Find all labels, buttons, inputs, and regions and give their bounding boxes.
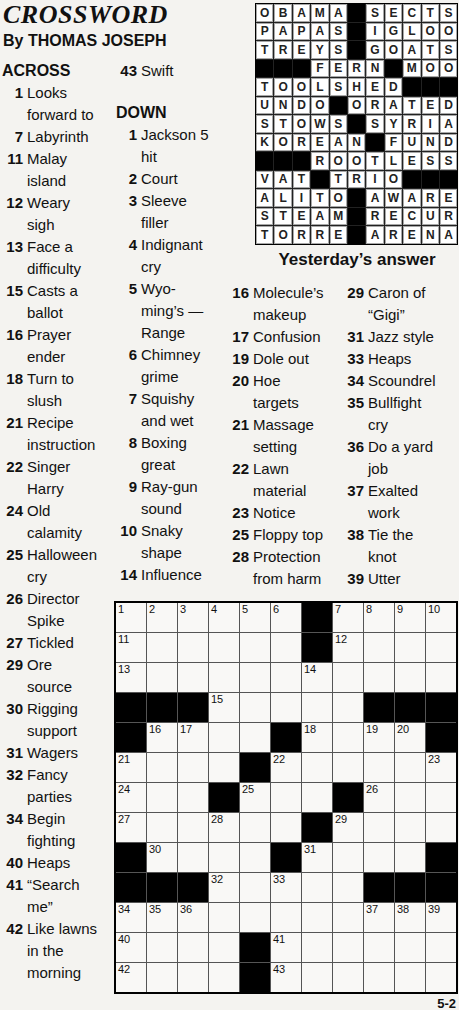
cell-number: 34: [118, 903, 130, 916]
grid-cell[interactable]: [364, 813, 394, 842]
grid-cell[interactable]: 43: [271, 963, 301, 992]
grid-cell[interactable]: 28: [209, 813, 239, 842]
grid-cell[interactable]: [240, 693, 270, 722]
clue-number: 14: [116, 564, 141, 586]
clue-item: 37Exalted work: [343, 480, 459, 524]
grid-cell[interactable]: [271, 663, 301, 692]
answer-letter-cell: R: [366, 208, 383, 226]
clue-number: 9: [116, 476, 141, 520]
grid-cell[interactable]: 19: [364, 723, 394, 752]
grid-black-cell: [116, 843, 146, 872]
answer-letter-cell: O: [274, 134, 291, 152]
grid-black-cell: [364, 693, 394, 722]
answer-letter-cell: O: [440, 60, 457, 78]
clue-text: Casts a ballot: [27, 280, 78, 324]
grid-cell[interactable]: [178, 963, 208, 992]
clue-item: 26Director Spike: [2, 588, 115, 632]
clue-text: Wyo- ming’s — Range: [141, 278, 203, 344]
grid-cell[interactable]: [333, 843, 363, 872]
clue-item: 31Jazz style: [343, 326, 459, 348]
grid-cell[interactable]: [426, 663, 456, 692]
answer-letter-cell: S: [440, 41, 457, 59]
cell-number: 11: [118, 633, 129, 646]
answer-black-cell: [348, 4, 365, 22]
grid-cell[interactable]: 31: [302, 843, 332, 872]
cell-number: 39: [428, 903, 440, 916]
grid-cell[interactable]: [209, 663, 239, 692]
grid-cell[interactable]: [178, 633, 208, 662]
answer-letter-cell: T: [256, 78, 273, 96]
clue-item: 18Turn to slush: [2, 368, 115, 412]
down-clue-column-2: 16Molecule’s makeup17Confusion19Dole out…: [228, 282, 342, 590]
grid-cell[interactable]: 20: [395, 723, 425, 752]
grid-cell[interactable]: 34: [116, 903, 146, 932]
grid-black-cell: [116, 693, 146, 722]
cell-number: 4: [211, 603, 217, 616]
answer-letter-cell: O: [330, 189, 347, 207]
clue-item: 24Old calamity: [2, 500, 115, 544]
cell-number: 20: [397, 723, 409, 736]
answer-letter-cell: C: [403, 4, 420, 22]
clue-number: 21: [228, 414, 253, 458]
clue-item: 22Singer Harry: [2, 456, 115, 500]
answer-black-cell: [348, 41, 365, 59]
clue-text: Massage setting: [253, 414, 314, 458]
grid-cell[interactable]: [302, 903, 332, 932]
clue-item: 12Weary sigh: [2, 192, 115, 236]
grid-cell[interactable]: [395, 783, 425, 812]
grid-cell[interactable]: [333, 903, 363, 932]
answer-letter-cell: E: [440, 189, 457, 207]
answer-letter-cell: O: [385, 171, 402, 189]
cell-number: 36: [180, 903, 192, 916]
grid-black-cell: [116, 723, 146, 752]
clue-number: 30: [2, 698, 27, 742]
grid-cell[interactable]: [364, 933, 394, 962]
clue-text: Recipe instruction: [27, 412, 95, 456]
grid-cell[interactable]: 8: [364, 603, 394, 632]
clue-number: 38: [343, 524, 368, 568]
grid-cell[interactable]: [426, 933, 456, 962]
answer-black-cell: [256, 60, 273, 78]
grid-cell[interactable]: [364, 663, 394, 692]
grid-black-cell: [302, 633, 332, 662]
clue-item: 10Snaky shape: [116, 520, 228, 564]
grid-cell[interactable]: [395, 843, 425, 872]
clue-number: 26: [2, 588, 27, 632]
clue-item: 28Protection from harm: [228, 546, 342, 590]
grid-cell[interactable]: 15: [209, 693, 239, 722]
grid-cell[interactable]: 6: [271, 603, 301, 632]
grid-cell[interactable]: 7: [333, 603, 363, 632]
grid-cell[interactable]: [147, 753, 177, 782]
clue-item: 25Halloween cry: [2, 544, 115, 588]
clue-text: Wagers: [27, 742, 78, 764]
clue-item: 5Wyo- ming’s — Range: [116, 278, 228, 344]
cell-number: 7: [335, 603, 341, 616]
grid-cell[interactable]: [209, 933, 239, 962]
grid-cell[interactable]: [147, 783, 177, 812]
grid-cell[interactable]: [302, 693, 332, 722]
grid-cell[interactable]: [395, 933, 425, 962]
clue-text: Snaky shape: [141, 520, 183, 564]
grid-cell[interactable]: [178, 663, 208, 692]
grid-cell[interactable]: [395, 753, 425, 782]
clue-number: 16: [228, 282, 253, 326]
clue-number: 27: [2, 632, 27, 654]
clue-item: 34Scoundrel: [343, 370, 459, 392]
clue-item: 20Hoe targets: [228, 370, 342, 414]
grid-cell[interactable]: 16: [147, 723, 177, 752]
grid-cell[interactable]: 25: [240, 783, 270, 812]
answer-letter-cell: G: [385, 23, 402, 41]
answer-letter-cell: S: [440, 4, 457, 22]
cell-number: 6: [273, 603, 279, 616]
grid-cell[interactable]: [147, 633, 177, 662]
clue-number: 34: [343, 370, 368, 392]
grid-cell[interactable]: [209, 633, 239, 662]
clue-item: 1Jackson 5 hit: [116, 124, 228, 168]
cell-number: 26: [366, 783, 378, 796]
answer-letter-cell: A: [403, 41, 420, 59]
grid-black-cell: [395, 693, 425, 722]
answer-letter-cell: S: [330, 23, 347, 41]
clue-text: Hoe targets: [253, 370, 299, 414]
cell-number: 19: [366, 723, 378, 736]
grid-cell[interactable]: [364, 633, 394, 662]
grid-cell[interactable]: [240, 903, 270, 932]
cell-number: 2: [149, 603, 155, 616]
grid-cell[interactable]: [240, 633, 270, 662]
grid-cell[interactable]: 17: [178, 723, 208, 752]
grid-cell[interactable]: [271, 693, 301, 722]
clue-text: Dole out: [253, 348, 309, 370]
answer-letter-cell: R: [293, 134, 310, 152]
clue-item: 4Indignant cry: [116, 234, 228, 278]
cell-number: 37: [366, 903, 378, 916]
clue-text: Influence: [141, 564, 202, 586]
grid-cell[interactable]: [147, 963, 177, 992]
cell-number: 17: [180, 723, 192, 736]
answer-letter-cell: T: [293, 171, 310, 189]
grid-cell[interactable]: 9: [395, 603, 425, 632]
clue-text: Labyrinth: [27, 126, 89, 148]
grid-cell[interactable]: [271, 903, 301, 932]
cell-number: 42: [118, 963, 130, 976]
clue-text: Confusion: [253, 326, 321, 348]
clue-number: 37: [343, 480, 368, 524]
grid-cell[interactable]: [333, 723, 363, 752]
grid-black-cell: [333, 783, 363, 812]
answer-letter-cell: E: [403, 152, 420, 170]
clue-item: 25Floppy top: [228, 524, 342, 546]
grid-cell[interactable]: 10: [426, 603, 456, 632]
answer-letter-cell: T: [422, 4, 439, 22]
grid-cell[interactable]: 1: [116, 603, 146, 632]
grid-cell[interactable]: 38: [395, 903, 425, 932]
answer-letter-cell: A: [311, 208, 328, 226]
clue-number: 31: [343, 326, 368, 348]
grid-cell[interactable]: [240, 813, 270, 842]
grid-cell[interactable]: [333, 873, 363, 902]
grid-cell[interactable]: [302, 933, 332, 962]
across-clue-list: 1Looks forward to7Labyrinth11Malay islan…: [2, 82, 115, 984]
answer-letter-cell: L: [403, 23, 420, 41]
grid-cell[interactable]: [302, 963, 332, 992]
yesterday-answer-grid: OBAMASECTSPAPASIGLOOTREYSGOATSFERNMOOTOO…: [255, 3, 458, 245]
grid-cell[interactable]: [209, 903, 239, 932]
clue-number: 39: [343, 568, 368, 590]
grid-cell[interactable]: 3: [178, 603, 208, 632]
grid-cell[interactable]: [147, 663, 177, 692]
grid-cell[interactable]: [302, 873, 332, 902]
grid-cell[interactable]: 23: [426, 753, 456, 782]
answer-letter-cell: E: [330, 226, 347, 244]
clue-text: Utter: [368, 568, 401, 590]
clue-item: 14Influence: [116, 564, 228, 586]
page-title: CROSSWORD: [3, 1, 168, 29]
clue-text: Sleeve filler: [141, 190, 187, 234]
clue-item: 35Bullfight cry: [343, 392, 459, 436]
grid-cell[interactable]: [178, 843, 208, 872]
grid-cell[interactable]: 40: [116, 933, 146, 962]
grid-black-cell: [147, 873, 177, 902]
grid-cell[interactable]: 4: [209, 603, 239, 632]
grid-cell[interactable]: [333, 753, 363, 782]
grid-cell[interactable]: 13: [116, 663, 146, 692]
clue-number: 10: [116, 520, 141, 564]
answer-letter-cell: L: [385, 152, 402, 170]
grid-cell[interactable]: 37: [364, 903, 394, 932]
answer-letter-cell: F: [311, 60, 328, 78]
grid-cell[interactable]: [395, 813, 425, 842]
clue-item: 43Swift: [116, 60, 228, 82]
answer-letter-cell: A: [440, 115, 457, 133]
clue-text: Director Spike: [27, 588, 80, 632]
answer-letter-cell: O: [330, 152, 347, 170]
answer-letter-cell: E: [403, 226, 420, 244]
grid-cell[interactable]: [364, 843, 394, 872]
clue-text: “Search me”: [27, 874, 80, 918]
clue-text: Halloween cry: [27, 544, 97, 588]
grid-cell[interactable]: [209, 753, 239, 782]
clue-number: 16: [2, 324, 27, 368]
answer-letter-cell: R: [440, 208, 457, 226]
grid-black-cell: [302, 813, 332, 842]
grid-cell[interactable]: [364, 963, 394, 992]
grid-cell[interactable]: 18: [302, 723, 332, 752]
clue-text: Fancy parties: [27, 764, 72, 808]
answer-letter-cell: E: [330, 60, 347, 78]
clue-item: 19Dole out: [228, 348, 342, 370]
grid-black-cell: [116, 873, 146, 902]
clue-text: Exalted work: [368, 480, 418, 524]
grid-cell[interactable]: [240, 873, 270, 902]
answer-letter-cell: T: [422, 41, 439, 59]
clue-item: 1Looks forward to: [2, 82, 115, 126]
answer-letter-cell: R: [385, 226, 402, 244]
answer-letter-cell: A: [256, 189, 273, 207]
clue-text: Protection from harm: [253, 546, 321, 590]
grid-cell[interactable]: 2: [147, 603, 177, 632]
grid-cell[interactable]: [271, 633, 301, 662]
clue-number: 32: [2, 764, 27, 808]
clue-item: 39Utter: [343, 568, 459, 590]
answer-letter-cell: E: [311, 134, 328, 152]
cell-number: 25: [242, 783, 254, 796]
cell-number: 13: [118, 663, 130, 676]
cell-number: 28: [211, 813, 223, 826]
clue-item: 29Ore source: [2, 654, 115, 698]
down-clue-list-1: 1Jackson 5 hit2Court3Sleeve filler4Indig…: [116, 124, 228, 586]
grid-cell[interactable]: [271, 813, 301, 842]
cell-number: 8: [366, 603, 372, 616]
grid-cell[interactable]: [333, 663, 363, 692]
clue-text: Weary sigh: [27, 192, 70, 236]
grid-cell[interactable]: [302, 753, 332, 782]
grid-cell[interactable]: 14: [302, 663, 332, 692]
grid-cell[interactable]: [395, 633, 425, 662]
clue-number: 22: [2, 456, 27, 500]
across-clue-column: ACROSS 1Looks forward to7Labyrinth11Mala…: [2, 60, 115, 984]
answer-letter-cell: I: [366, 171, 383, 189]
clue-text: Tie the knot: [368, 524, 413, 568]
clue-number: 8: [116, 432, 141, 476]
clue-text: Chimney grime: [141, 344, 200, 388]
clue-number: 31: [2, 742, 27, 764]
grid-cell[interactable]: [426, 633, 456, 662]
grid-cell[interactable]: [209, 963, 239, 992]
grid-cell[interactable]: [271, 783, 301, 812]
grid-cell[interactable]: 21: [116, 753, 146, 782]
answer-letter-cell: A: [366, 189, 383, 207]
grid-cell[interactable]: 30: [147, 843, 177, 872]
clue-text: Turn to slush: [27, 368, 74, 412]
answer-letter-cell: M: [311, 4, 328, 22]
grid-cell[interactable]: [240, 663, 270, 692]
clue-text: Molecule’s makeup: [253, 282, 324, 326]
cell-number: 10: [428, 603, 440, 616]
answer-letter-cell: E: [293, 41, 310, 59]
cell-number: 41: [273, 933, 285, 946]
answer-black-cell: [422, 78, 439, 96]
answer-letter-cell: B: [274, 4, 291, 22]
grid-black-cell: [302, 603, 332, 632]
grid-cell[interactable]: [147, 933, 177, 962]
grid-cell[interactable]: 26: [364, 783, 394, 812]
grid-cell[interactable]: [426, 783, 456, 812]
grid-cell[interactable]: [240, 843, 270, 872]
masthead: CROSSWORD By THOMAS JOSEPH: [3, 1, 168, 50]
grid-cell[interactable]: [333, 693, 363, 722]
answer-letter-cell: A: [385, 97, 402, 115]
clue-item: 32Fancy parties: [2, 764, 115, 808]
grid-cell[interactable]: 27: [116, 813, 146, 842]
grid-cell[interactable]: [333, 963, 363, 992]
grid-cell[interactable]: [333, 933, 363, 962]
answer-letter-cell: T: [256, 41, 273, 59]
answer-letter-cell: O: [311, 97, 328, 115]
grid-cell[interactable]: [426, 813, 456, 842]
grid-cell[interactable]: 29: [333, 813, 363, 842]
answer-letter-cell: P: [256, 23, 273, 41]
grid-cell[interactable]: 39: [426, 903, 456, 932]
grid-cell[interactable]: [209, 723, 239, 752]
grid-cell[interactable]: [178, 753, 208, 782]
grid-cell[interactable]: [147, 813, 177, 842]
clue-number: 13: [2, 236, 27, 280]
grid-cell[interactable]: [364, 753, 394, 782]
answer-black-cell: [403, 171, 420, 189]
clue-number: 12: [2, 192, 27, 236]
grid-cell[interactable]: 11: [116, 633, 146, 662]
clue-number: 21: [2, 412, 27, 456]
answer-letter-cell: R: [311, 152, 328, 170]
answer-black-cell: [366, 134, 383, 152]
grid-cell[interactable]: 12: [333, 633, 363, 662]
grid-cell[interactable]: [240, 723, 270, 752]
clue-text: Rigging support: [27, 698, 78, 742]
grid-black-cell: [178, 873, 208, 902]
clue-text: Prayer ender: [27, 324, 71, 368]
grid-cell[interactable]: 42: [116, 963, 146, 992]
answer-letter-cell: S: [256, 115, 273, 133]
grid-cell[interactable]: [209, 843, 239, 872]
answer-letter-cell: U: [403, 134, 420, 152]
clue-number: 33: [343, 348, 368, 370]
answer-letter-cell: H: [348, 78, 365, 96]
cell-number: 24: [118, 783, 130, 796]
clue-number: 7: [116, 388, 141, 432]
grid-cell[interactable]: [178, 813, 208, 842]
clue-text: Like lawns in the morning: [27, 918, 97, 984]
grid-cell[interactable]: 41: [271, 933, 301, 962]
answer-black-cell: [348, 23, 365, 41]
grid-cell[interactable]: [178, 933, 208, 962]
clue-number: 28: [228, 546, 253, 590]
grid-cell[interactable]: [302, 783, 332, 812]
grid-cell[interactable]: 33: [271, 873, 301, 902]
grid-cell[interactable]: 35: [147, 903, 177, 932]
grid-cell[interactable]: [395, 663, 425, 692]
answer-letter-cell: N: [422, 226, 439, 244]
grid-cell[interactable]: 22: [271, 753, 301, 782]
answer-letter-cell: N: [422, 134, 439, 152]
answer-letter-cell: S: [330, 78, 347, 96]
grid-cell[interactable]: 5: [240, 603, 270, 632]
answer-letter-cell: S: [330, 115, 347, 133]
grid-cell[interactable]: [426, 963, 456, 992]
grid-cell[interactable]: 32: [209, 873, 239, 902]
clue-item: 41“Search me”: [2, 874, 115, 918]
answer-letter-cell: N: [366, 60, 383, 78]
grid-cell[interactable]: [395, 963, 425, 992]
grid-cell[interactable]: 36: [178, 903, 208, 932]
clue-item: 2Court: [116, 168, 228, 190]
answer-letter-cell: A: [311, 23, 328, 41]
grid-black-cell: [426, 723, 456, 752]
grid-cell[interactable]: 24: [116, 783, 146, 812]
clue-text: Indignant cry: [141, 234, 203, 278]
clue-text: Caron of “Gigi”: [368, 282, 426, 326]
down-clue-column-3: 29Caron of “Gigi”31Jazz style33Heaps34Sc…: [343, 282, 459, 590]
answer-letter-cell: M: [403, 60, 420, 78]
clue-number: 25: [2, 544, 27, 588]
answer-letter-cell: R: [403, 115, 420, 133]
clue-text: Heaps: [27, 852, 70, 874]
answer-letter-cell: S: [366, 115, 383, 133]
grid-cell[interactable]: [178, 783, 208, 812]
